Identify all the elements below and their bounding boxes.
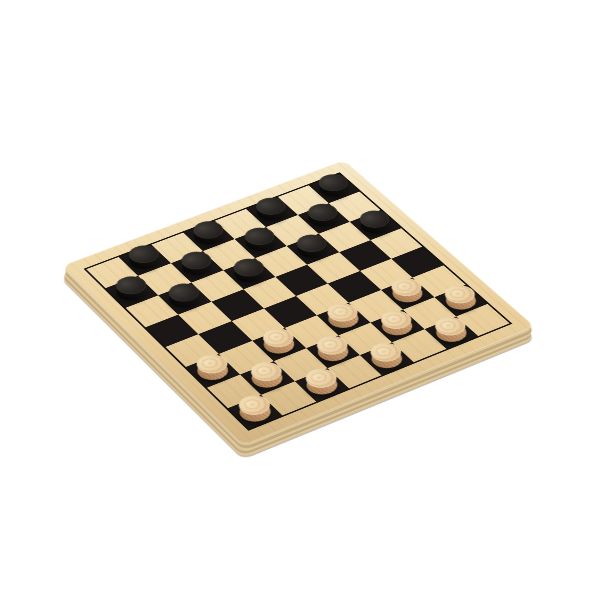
checkers-board xyxy=(62,160,535,445)
board-wood-surface xyxy=(62,160,535,445)
playing-grid xyxy=(86,174,509,429)
board-frame-line xyxy=(84,172,513,431)
photo-background xyxy=(0,0,600,600)
